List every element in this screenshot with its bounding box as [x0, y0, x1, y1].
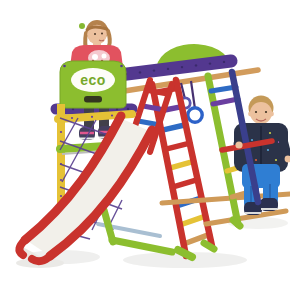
- eco-logo-text: eco: [80, 72, 106, 88]
- boy-right-arm: [281, 132, 287, 155]
- panel-handle-hole: [84, 96, 102, 103]
- green-leg-long: [112, 240, 172, 252]
- boy-left-hand: [235, 141, 242, 148]
- incline-ladder-back: [152, 80, 212, 256]
- product-photo: eco: [0, 0, 290, 290]
- play-complex-scene: eco: [0, 0, 290, 290]
- eco-panel: eco: [60, 61, 126, 108]
- girl-hair-clip: [79, 23, 85, 29]
- ring-right: [188, 108, 202, 122]
